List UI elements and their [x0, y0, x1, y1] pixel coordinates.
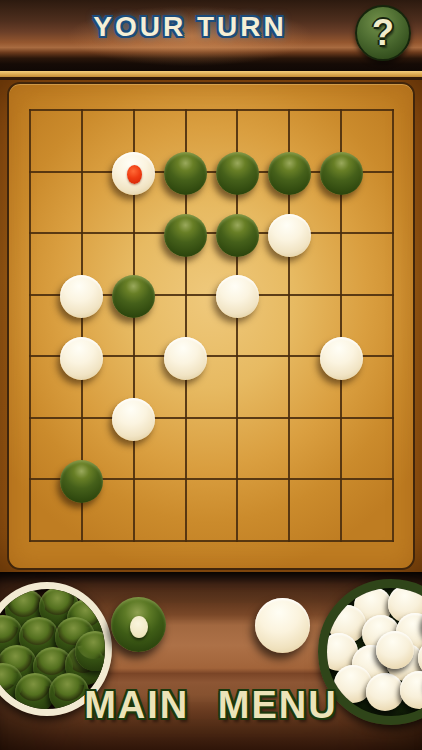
green-stone: [268, 152, 311, 195]
green-stone: [60, 460, 103, 503]
grid-line-vertical: [29, 109, 31, 542]
main-menu-button[interactable]: MAIN MENU: [0, 684, 422, 727]
board-area: [0, 80, 422, 572]
grid-line-horizontal: [29, 540, 394, 542]
tray-green-stone: [75, 631, 112, 671]
white-stone: [60, 275, 103, 318]
tray-white-stone: [376, 631, 414, 669]
grid-line-horizontal: [29, 109, 394, 111]
top-bar: YOUR TURN ?: [0, 0, 422, 80]
current-turn-dot: [130, 616, 148, 638]
grid-line-horizontal: [29, 232, 394, 234]
game-screen: YOUR TURN ? MAIN MENU: [0, 0, 422, 750]
white-stone: [320, 337, 363, 380]
grid-line-horizontal: [29, 417, 394, 419]
bottom-tray-area: MAIN MENU: [0, 572, 422, 750]
white-stone: [268, 214, 311, 257]
last-move-marker: [127, 165, 142, 184]
white-stone: [216, 275, 259, 318]
green-stone: [164, 214, 207, 257]
green-stone: [320, 152, 363, 195]
grid-line-vertical: [392, 109, 394, 542]
turn-status-text: YOUR TURN: [0, 11, 380, 43]
white-stone: [60, 337, 103, 380]
green-stone: [112, 275, 155, 318]
green-stone: [164, 152, 207, 195]
white-stone: [112, 398, 155, 441]
turn-indicator-green-stone: [111, 597, 166, 652]
white-stone: [112, 152, 155, 195]
question-mark-icon: ?: [372, 15, 394, 51]
help-button[interactable]: ?: [355, 5, 411, 61]
white-stone: [164, 337, 207, 380]
board[interactable]: [7, 82, 415, 570]
green-stone: [216, 152, 259, 195]
green-stone: [216, 214, 259, 257]
turn-indicator-white-stone: [255, 598, 310, 653]
